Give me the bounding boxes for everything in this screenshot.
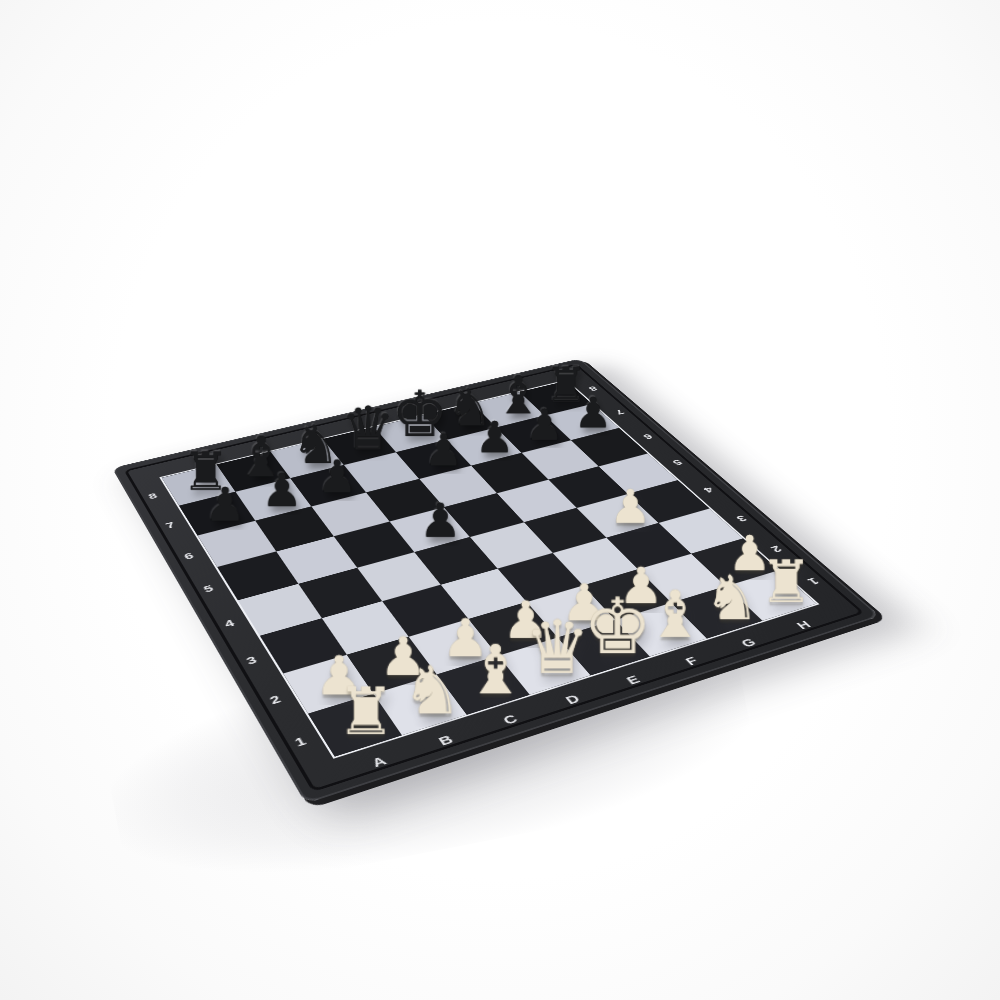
black-pawn-piece[interactable]: ♟ [410,497,471,544]
black-pawn-piece[interactable]: ♟ [195,481,255,528]
white-bishop-piece[interactable]: ♝ [461,636,531,704]
black-pawn-piece[interactable]: ♟ [252,467,312,513]
black-pawn-piece[interactable]: ♟ [466,415,522,459]
white-king-piece[interactable]: ♚ [583,588,651,665]
black-pawn-piece[interactable]: ♟ [517,403,573,446]
white-pawn-piece[interactable]: ♟ [600,483,660,530]
black-pawn-piece[interactable]: ♟ [308,454,367,499]
black-pawn-piece[interactable]: ♟ [415,428,472,472]
white-queen-piece[interactable]: ♛ [523,611,592,685]
white-rook-piece[interactable]: ♜ [330,679,403,744]
white-knight-piece[interactable]: ♞ [396,657,467,724]
photo-scene: 87654321 87654321 ABCDEFGH ♜♝♞♛♚♞♝♜♟♟♟♟♟… [0,0,1000,1000]
